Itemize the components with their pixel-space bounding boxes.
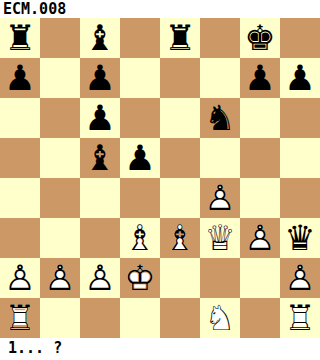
black-pawn-piece[interactable]: ♟ xyxy=(280,58,320,98)
square-b7[interactable] xyxy=(40,58,80,98)
square-a4[interactable] xyxy=(0,178,40,218)
square-b6[interactable] xyxy=(40,98,80,138)
square-c2[interactable]: ♟♙ xyxy=(80,258,120,298)
white-pawn-piece[interactable]: ♟♙ xyxy=(240,218,280,258)
square-e5[interactable] xyxy=(160,138,200,178)
white-pawn-piece[interactable]: ♟♙ xyxy=(40,258,80,298)
piece-outline: ♙ xyxy=(4,258,35,298)
square-g2[interactable] xyxy=(240,258,280,298)
square-b5[interactable] xyxy=(40,138,80,178)
square-c7[interactable]: ♟ xyxy=(80,58,120,98)
square-g5[interactable] xyxy=(240,138,280,178)
black-rook-piece[interactable]: ♜ xyxy=(0,18,40,58)
white-pawn-piece[interactable]: ♟♙ xyxy=(0,258,40,298)
piece-outline: ♙ xyxy=(244,218,275,258)
piece-outline: ♕ xyxy=(204,218,235,258)
square-f8[interactable] xyxy=(200,18,240,58)
square-f2[interactable] xyxy=(200,258,240,298)
white-bishop-piece[interactable]: ♝♗ xyxy=(160,218,200,258)
square-c8[interactable]: ♝ xyxy=(80,18,120,58)
square-e8[interactable]: ♜ xyxy=(160,18,200,58)
black-pawn-piece[interactable]: ♟ xyxy=(0,58,40,98)
square-c3[interactable] xyxy=(80,218,120,258)
move-prompt: 1... ? xyxy=(0,338,320,360)
square-d8[interactable] xyxy=(120,18,160,58)
black-pawn-piece[interactable]: ♟ xyxy=(80,98,120,138)
square-g1[interactable] xyxy=(240,298,280,338)
piece-outline: ♗ xyxy=(164,218,195,258)
black-pawn-piece[interactable]: ♟ xyxy=(240,58,280,98)
square-a8[interactable]: ♜ xyxy=(0,18,40,58)
square-h6[interactable] xyxy=(280,98,320,138)
square-d4[interactable] xyxy=(120,178,160,218)
white-rook-piece[interactable]: ♜♖ xyxy=(0,298,40,338)
square-g6[interactable] xyxy=(240,98,280,138)
white-bishop-piece[interactable]: ♝♗ xyxy=(120,218,160,258)
piece-outline: ♖ xyxy=(4,298,35,338)
square-g8[interactable]: ♚ xyxy=(240,18,280,58)
square-b4[interactable] xyxy=(40,178,80,218)
square-d2[interactable]: ♚♔ xyxy=(120,258,160,298)
piece-outline: ♙ xyxy=(84,258,115,298)
black-bishop-piece[interactable]: ♝ xyxy=(80,18,120,58)
square-f5[interactable] xyxy=(200,138,240,178)
piece-outline: ♔ xyxy=(124,258,155,298)
black-king-piece[interactable]: ♚ xyxy=(240,18,280,58)
square-c5[interactable]: ♝ xyxy=(80,138,120,178)
square-c4[interactable] xyxy=(80,178,120,218)
square-g7[interactable]: ♟ xyxy=(240,58,280,98)
white-pawn-piece[interactable]: ♟♙ xyxy=(280,258,320,298)
black-rook-piece[interactable]: ♜ xyxy=(160,18,200,58)
square-a2[interactable]: ♟♙ xyxy=(0,258,40,298)
square-e7[interactable] xyxy=(160,58,200,98)
black-knight-piece[interactable]: ♞ xyxy=(200,98,240,138)
square-d3[interactable]: ♝♗ xyxy=(120,218,160,258)
square-b1[interactable] xyxy=(40,298,80,338)
white-king-piece[interactable]: ♚♔ xyxy=(120,258,160,298)
square-a3[interactable] xyxy=(0,218,40,258)
white-rook-piece[interactable]: ♜♖ xyxy=(280,298,320,338)
piece-outline: ♘ xyxy=(204,298,235,338)
square-h3[interactable]: ♛ xyxy=(280,218,320,258)
square-f6[interactable]: ♞ xyxy=(200,98,240,138)
piece-outline: ♙ xyxy=(204,178,235,218)
white-pawn-piece[interactable]: ♟♙ xyxy=(80,258,120,298)
square-b8[interactable] xyxy=(40,18,80,58)
square-h4[interactable] xyxy=(280,178,320,218)
chess-board: ♜♝♜♚♟♟♟♟♟♞♝♟♟♙♝♗♝♗♛♕♟♙♛♟♙♟♙♟♙♚♔♟♙♜♖♞♘♜♖ xyxy=(0,18,320,338)
square-a6[interactable] xyxy=(0,98,40,138)
square-e4[interactable] xyxy=(160,178,200,218)
piece-outline: ♖ xyxy=(284,298,315,338)
black-queen-piece[interactable]: ♛ xyxy=(280,218,320,258)
square-e6[interactable] xyxy=(160,98,200,138)
square-h7[interactable]: ♟ xyxy=(280,58,320,98)
square-h2[interactable]: ♟♙ xyxy=(280,258,320,298)
square-c1[interactable] xyxy=(80,298,120,338)
square-d1[interactable] xyxy=(120,298,160,338)
white-knight-piece[interactable]: ♞♘ xyxy=(200,298,240,338)
square-h1[interactable]: ♜♖ xyxy=(280,298,320,338)
square-h8[interactable] xyxy=(280,18,320,58)
square-e3[interactable]: ♝♗ xyxy=(160,218,200,258)
square-a7[interactable]: ♟ xyxy=(0,58,40,98)
square-f7[interactable] xyxy=(200,58,240,98)
square-d5[interactable]: ♟ xyxy=(120,138,160,178)
square-g3[interactable]: ♟♙ xyxy=(240,218,280,258)
white-queen-piece[interactable]: ♛♕ xyxy=(200,218,240,258)
square-e1[interactable] xyxy=(160,298,200,338)
square-d7[interactable] xyxy=(120,58,160,98)
square-c6[interactable]: ♟ xyxy=(80,98,120,138)
square-e2[interactable] xyxy=(160,258,200,298)
square-g4[interactable] xyxy=(240,178,280,218)
black-bishop-piece[interactable]: ♝ xyxy=(80,138,120,178)
square-b2[interactable]: ♟♙ xyxy=(40,258,80,298)
square-f4[interactable]: ♟♙ xyxy=(200,178,240,218)
puzzle-title: ECM.008 xyxy=(0,0,320,18)
black-pawn-piece[interactable]: ♟ xyxy=(120,138,160,178)
square-f1[interactable]: ♞♘ xyxy=(200,298,240,338)
piece-outline: ♗ xyxy=(124,218,155,258)
square-b3[interactable] xyxy=(40,218,80,258)
square-a1[interactable]: ♜♖ xyxy=(0,298,40,338)
square-f3[interactable]: ♛♕ xyxy=(200,218,240,258)
black-pawn-piece[interactable]: ♟ xyxy=(80,58,120,98)
square-a5[interactable] xyxy=(0,138,40,178)
square-d6[interactable] xyxy=(120,98,160,138)
piece-outline: ♙ xyxy=(284,258,315,298)
square-h5[interactable] xyxy=(280,138,320,178)
white-pawn-piece[interactable]: ♟♙ xyxy=(200,178,240,218)
piece-outline: ♙ xyxy=(44,258,75,298)
